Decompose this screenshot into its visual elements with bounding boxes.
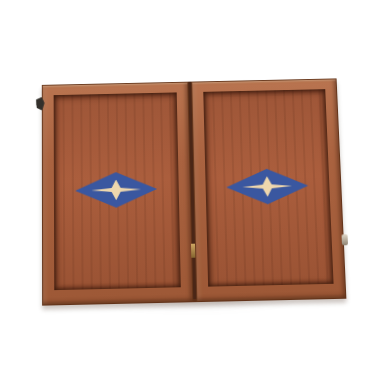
inlay-diamond-right [226,168,309,205]
board-half-right [191,78,347,302]
latch-clasp-right [342,234,349,245]
open-board [42,78,347,305]
quadrant-bottom-right [207,206,333,287]
inlay-diamond-left [75,171,157,208]
quadrant-top-left [55,92,177,170]
board-half-left [42,82,193,306]
quadrant-top-right [204,89,328,167]
inlay-star-left [91,179,141,201]
playing-field-left [54,92,181,290]
playing-field-right [203,89,334,287]
backgammon-board [42,78,347,305]
inlay-star-right [242,176,293,198]
hinge-icon [191,244,195,258]
quadrant-bottom-left [55,209,179,290]
product-photo-scene [0,0,380,380]
